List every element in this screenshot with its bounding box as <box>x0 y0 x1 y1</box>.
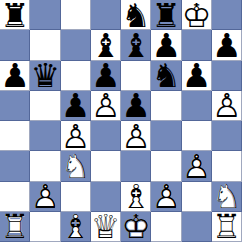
piece-black-pawn[interactable]: ♟ <box>182 61 212 91</box>
piece-white-pawn[interactable]: ♟♙ <box>61 121 91 151</box>
square-b3[interactable] <box>30 151 60 181</box>
piece-black-bishop[interactable]: ♝ <box>121 30 151 60</box>
black-knight-glyph: ♞ <box>121 0 151 30</box>
square-f6[interactable]: ♞ <box>151 61 181 91</box>
square-e2[interactable]: ♝♗ <box>121 182 151 212</box>
piece-white-king[interactable]: ♚♔ <box>121 212 151 242</box>
piece-white-pawn[interactable]: ♟♙ <box>151 182 181 212</box>
piece-black-rook[interactable]: ♜ <box>0 0 30 30</box>
black-pawn-glyph: ♟ <box>212 30 242 60</box>
black-pawn-glyph: ♟ <box>0 61 30 91</box>
square-h6[interactable] <box>212 61 242 91</box>
black-queen-glyph: ♛ <box>30 61 60 91</box>
piece-black-pawn[interactable]: ♟ <box>91 61 121 91</box>
square-g5[interactable] <box>182 91 212 121</box>
square-f5[interactable] <box>151 91 181 121</box>
piece-black-pawn[interactable]: ♟ <box>151 30 181 60</box>
square-b6[interactable]: ♛ <box>30 61 60 91</box>
black-pawn-glyph: ♟ <box>61 91 91 121</box>
square-g4[interactable] <box>182 121 212 151</box>
square-b7[interactable] <box>30 30 60 60</box>
square-e4[interactable]: ♟♙ <box>121 121 151 151</box>
square-c8[interactable] <box>61 0 91 30</box>
piece-white-knight[interactable]: ♞♘ <box>212 182 242 212</box>
square-a3[interactable] <box>0 151 30 181</box>
square-g7[interactable] <box>182 30 212 60</box>
square-c4[interactable]: ♟♙ <box>61 121 91 151</box>
piece-white-pawn[interactable]: ♟♙ <box>91 91 121 121</box>
square-b8[interactable] <box>30 0 60 30</box>
black-king-outline-glyph: ♔ <box>182 0 212 30</box>
square-f1[interactable] <box>151 212 181 242</box>
square-c3[interactable]: ♞♘ <box>61 151 91 181</box>
piece-white-rook[interactable]: ♜♖ <box>212 212 242 242</box>
piece-white-pawn[interactable]: ♟♙ <box>212 91 242 121</box>
square-h2[interactable]: ♞♘ <box>212 182 242 212</box>
square-b5[interactable] <box>30 91 60 121</box>
square-a4[interactable] <box>0 121 30 151</box>
piece-white-pawn[interactable]: ♟♙ <box>30 182 60 212</box>
square-a5[interactable] <box>0 91 30 121</box>
white-pawn-outline-glyph: ♙ <box>182 151 212 181</box>
square-a7[interactable] <box>0 30 30 60</box>
piece-white-pawn[interactable]: ♟♙ <box>121 121 151 151</box>
white-king-outline-glyph: ♔ <box>121 212 151 242</box>
square-h4[interactable] <box>212 121 242 151</box>
square-g1[interactable] <box>182 212 212 242</box>
black-bishop-glyph: ♝ <box>121 30 151 60</box>
white-rook-outline-glyph: ♖ <box>0 212 30 242</box>
piece-black-king[interactable]: ♚♔ <box>182 0 212 30</box>
black-pawn-glyph: ♟ <box>91 61 121 91</box>
square-c1[interactable]: ♝♗ <box>61 212 91 242</box>
square-e7[interactable]: ♝ <box>121 30 151 60</box>
square-d7[interactable]: ♝ <box>91 30 121 60</box>
white-rook-outline-glyph: ♖ <box>212 212 242 242</box>
chess-board: ♜♞♜♚♔♝♝♟♟♟♛♟♞♟♟♟♙♟♟♙♟♙♟♙♞♘♟♙♟♙♝♗♟♙♞♘♜♖♝♗… <box>0 0 242 242</box>
square-h5[interactable]: ♟♙ <box>212 91 242 121</box>
square-d2[interactable] <box>91 182 121 212</box>
square-f8[interactable]: ♜ <box>151 0 181 30</box>
white-pawn-outline-glyph: ♙ <box>30 182 60 212</box>
piece-black-queen[interactable]: ♛ <box>30 61 60 91</box>
piece-black-pawn[interactable]: ♟ <box>61 91 91 121</box>
square-a8[interactable]: ♜ <box>0 0 30 30</box>
white-pawn-outline-glyph: ♙ <box>121 121 151 151</box>
piece-black-rook[interactable]: ♜ <box>151 0 181 30</box>
piece-white-rook[interactable]: ♜♖ <box>0 212 30 242</box>
white-pawn-outline-glyph: ♙ <box>151 182 181 212</box>
square-g6[interactable]: ♟ <box>182 61 212 91</box>
square-c6[interactable] <box>61 61 91 91</box>
white-pawn-outline-glyph: ♙ <box>91 91 121 121</box>
square-h1[interactable]: ♜♖ <box>212 212 242 242</box>
square-e3[interactable] <box>121 151 151 181</box>
square-b4[interactable] <box>30 121 60 151</box>
square-d1[interactable]: ♛♕ <box>91 212 121 242</box>
black-pawn-glyph: ♟ <box>121 91 151 121</box>
black-knight-glyph: ♞ <box>151 61 181 91</box>
black-pawn-glyph: ♟ <box>151 30 181 60</box>
square-e8[interactable]: ♞ <box>121 0 151 30</box>
square-e1[interactable]: ♚♔ <box>121 212 151 242</box>
square-c2[interactable] <box>61 182 91 212</box>
white-pawn-outline-glyph: ♙ <box>61 121 91 151</box>
square-h8[interactable] <box>212 0 242 30</box>
piece-black-bishop[interactable]: ♝ <box>91 30 121 60</box>
square-d6[interactable]: ♟ <box>91 61 121 91</box>
square-a6[interactable]: ♟ <box>0 61 30 91</box>
square-b1[interactable] <box>30 212 60 242</box>
white-knight-outline-glyph: ♘ <box>61 151 91 181</box>
piece-black-pawn[interactable]: ♟ <box>121 91 151 121</box>
piece-white-knight[interactable]: ♞♘ <box>61 151 91 181</box>
square-c5[interactable]: ♟ <box>61 91 91 121</box>
black-rook-glyph: ♜ <box>151 0 181 30</box>
square-a1[interactable]: ♜♖ <box>0 212 30 242</box>
square-g3[interactable]: ♟♙ <box>182 151 212 181</box>
piece-white-queen[interactable]: ♛♕ <box>91 212 121 242</box>
white-bishop-outline-glyph: ♗ <box>121 182 151 212</box>
square-g8[interactable]: ♚♔ <box>182 0 212 30</box>
square-f2[interactable]: ♟♙ <box>151 182 181 212</box>
piece-black-pawn[interactable]: ♟ <box>0 61 30 91</box>
black-bishop-glyph: ♝ <box>91 30 121 60</box>
square-f7[interactable]: ♟ <box>151 30 181 60</box>
square-f4[interactable] <box>151 121 181 151</box>
piece-black-pawn[interactable]: ♟ <box>212 30 242 60</box>
white-pawn-outline-glyph: ♙ <box>212 91 242 121</box>
square-a2[interactable] <box>0 182 30 212</box>
piece-black-knight[interactable]: ♞ <box>151 61 181 91</box>
square-h7[interactable]: ♟ <box>212 30 242 60</box>
piece-white-bishop[interactable]: ♝♗ <box>61 212 91 242</box>
piece-black-knight[interactable]: ♞ <box>121 0 151 30</box>
square-g2[interactable] <box>182 182 212 212</box>
white-bishop-outline-glyph: ♗ <box>61 212 91 242</box>
square-d3[interactable] <box>91 151 121 181</box>
piece-white-pawn[interactable]: ♟♙ <box>182 151 212 181</box>
square-e6[interactable] <box>121 61 151 91</box>
black-pawn-glyph: ♟ <box>182 61 212 91</box>
square-e5[interactable]: ♟ <box>121 91 151 121</box>
white-knight-outline-glyph: ♘ <box>212 182 242 212</box>
square-d4[interactable] <box>91 121 121 151</box>
square-c7[interactable] <box>61 30 91 60</box>
square-h3[interactable] <box>212 151 242 181</box>
square-d5[interactable]: ♟♙ <box>91 91 121 121</box>
piece-white-bishop[interactable]: ♝♗ <box>121 182 151 212</box>
white-queen-outline-glyph: ♕ <box>91 212 121 242</box>
black-rook-glyph: ♜ <box>0 0 30 30</box>
square-f3[interactable] <box>151 151 181 181</box>
square-b2[interactable]: ♟♙ <box>30 182 60 212</box>
square-d8[interactable] <box>91 0 121 30</box>
